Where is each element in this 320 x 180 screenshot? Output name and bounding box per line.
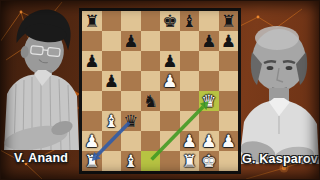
piece-black-rook[interactable]: ♜ [219, 11, 239, 31]
square-b8[interactable] [102, 11, 122, 31]
square-f8[interactable]: ♝ [180, 11, 200, 31]
chess-board: ♜♚♝♜♟♟♟♟♟♟♟♞♛♝♛♟♟♟♟♜♝♜♚ [79, 8, 241, 174]
square-c5[interactable] [121, 71, 141, 91]
square-b6[interactable] [102, 51, 122, 71]
thumbnail-stage: ♜♚♝♜♟♟♟♟♟♟♟♞♛♝♛♟♟♟♟♜♝♜♚ V. Anand G. Kasp… [0, 0, 320, 180]
square-e7[interactable] [160, 31, 180, 51]
square-g5[interactable] [199, 71, 219, 91]
player-name-right: G. Kasparov [240, 152, 320, 166]
square-d1[interactable] [141, 151, 161, 171]
piece-black-king[interactable]: ♚ [160, 11, 180, 31]
piece-black-bishop[interactable]: ♝ [180, 11, 200, 31]
square-d5[interactable] [141, 71, 161, 91]
piece-white-king[interactable]: ♚ [199, 151, 219, 171]
player-name-left: V. Anand [2, 151, 80, 165]
piece-black-pawn[interactable]: ♟ [219, 31, 239, 51]
square-d2[interactable] [141, 131, 161, 151]
square-g6[interactable] [199, 51, 219, 71]
piece-black-pawn[interactable]: ♟ [121, 31, 141, 51]
piece-white-rook[interactable]: ♜ [180, 151, 200, 171]
square-f5[interactable] [180, 71, 200, 91]
square-h3[interactable] [219, 111, 239, 131]
square-h1[interactable] [219, 151, 239, 171]
piece-white-pawn[interactable]: ♟ [160, 71, 180, 91]
portrait-anand [0, 0, 82, 150]
square-e4[interactable] [160, 91, 180, 111]
square-a4[interactable] [82, 91, 102, 111]
square-a1[interactable]: ♜ [82, 151, 102, 171]
square-d4[interactable]: ♞ [141, 91, 161, 111]
square-h8[interactable]: ♜ [219, 11, 239, 31]
square-g1[interactable]: ♚ [199, 151, 219, 171]
piece-white-bishop[interactable]: ♝ [102, 111, 122, 131]
square-d3[interactable] [141, 111, 161, 131]
square-f2[interactable]: ♟ [180, 131, 200, 151]
piece-black-knight[interactable]: ♞ [141, 91, 161, 111]
square-a3[interactable] [82, 111, 102, 131]
square-f6[interactable] [180, 51, 200, 71]
square-c3[interactable]: ♛ [121, 111, 141, 131]
piece-white-queen[interactable]: ♛ [199, 91, 219, 111]
piece-black-pawn[interactable]: ♟ [160, 51, 180, 71]
piece-white-pawn[interactable]: ♟ [219, 131, 239, 151]
board-grid: ♜♚♝♜♟♟♟♟♟♟♟♞♛♝♛♟♟♟♟♜♝♜♚ [82, 11, 238, 171]
piece-white-rook[interactable]: ♜ [82, 151, 102, 171]
square-f3[interactable] [180, 111, 200, 131]
square-e6[interactable]: ♟ [160, 51, 180, 71]
square-c8[interactable] [121, 11, 141, 31]
square-e3[interactable] [160, 111, 180, 131]
piece-white-pawn[interactable]: ♟ [199, 131, 219, 151]
square-a2[interactable]: ♟ [82, 131, 102, 151]
square-c7[interactable]: ♟ [121, 31, 141, 51]
square-c4[interactable] [121, 91, 141, 111]
piece-white-bishop[interactable]: ♝ [121, 151, 141, 171]
square-h5[interactable] [219, 71, 239, 91]
square-a7[interactable] [82, 31, 102, 51]
square-b2[interactable] [102, 131, 122, 151]
square-a6[interactable]: ♟ [82, 51, 102, 71]
square-e2[interactable] [160, 131, 180, 151]
square-b3[interactable]: ♝ [102, 111, 122, 131]
square-f4[interactable] [180, 91, 200, 111]
piece-black-queen[interactable]: ♛ [121, 111, 141, 131]
square-h2[interactable]: ♟ [219, 131, 239, 151]
square-a8[interactable]: ♜ [82, 11, 102, 31]
piece-black-rook[interactable]: ♜ [82, 11, 102, 31]
square-d8[interactable] [141, 11, 161, 31]
piece-black-pawn[interactable]: ♟ [82, 51, 102, 71]
square-h4[interactable] [219, 91, 239, 111]
square-c2[interactable] [121, 131, 141, 151]
square-b7[interactable] [102, 31, 122, 51]
square-a5[interactable] [82, 71, 102, 91]
square-e5[interactable]: ♟ [160, 71, 180, 91]
square-b1[interactable] [102, 151, 122, 171]
square-g3[interactable] [199, 111, 219, 131]
square-e8[interactable]: ♚ [160, 11, 180, 31]
square-g8[interactable] [199, 11, 219, 31]
piece-black-pawn[interactable]: ♟ [199, 31, 219, 51]
portrait-kasparov [238, 16, 320, 164]
square-b5[interactable]: ♟ [102, 71, 122, 91]
square-c6[interactable] [121, 51, 141, 71]
piece-white-pawn[interactable]: ♟ [180, 131, 200, 151]
piece-black-pawn[interactable]: ♟ [102, 71, 122, 91]
square-h7[interactable]: ♟ [219, 31, 239, 51]
square-c1[interactable]: ♝ [121, 151, 141, 171]
square-b4[interactable] [102, 91, 122, 111]
square-e1[interactable] [160, 151, 180, 171]
piece-white-pawn[interactable]: ♟ [82, 131, 102, 151]
square-f1[interactable]: ♜ [180, 151, 200, 171]
square-d6[interactable] [141, 51, 161, 71]
square-d7[interactable] [141, 31, 161, 51]
square-h6[interactable] [219, 51, 239, 71]
square-g4[interactable]: ♛ [199, 91, 219, 111]
square-g7[interactable]: ♟ [199, 31, 219, 51]
square-g2[interactable]: ♟ [199, 131, 219, 151]
square-f7[interactable] [180, 31, 200, 51]
